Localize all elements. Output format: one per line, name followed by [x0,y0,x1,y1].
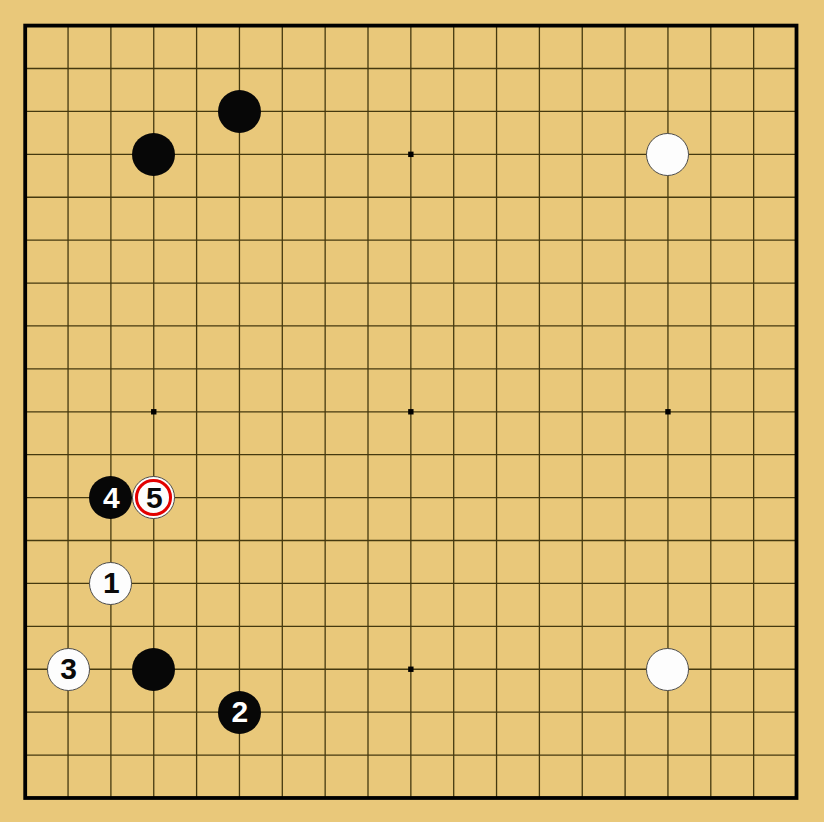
move-number: 2 [232,697,248,727]
move-number: 4 [103,483,119,513]
black-stone-move-2-F3: 2 [218,691,261,734]
black-stone-D4 [132,648,175,691]
white-stone-move-1-C6: 1 [89,562,132,605]
black-stone-D16 [132,133,175,176]
black-stone-F17 [218,90,261,133]
move-number: 3 [60,654,76,684]
white-stone-move-3-B4: 3 [47,648,90,691]
last-move-white-stone-move-5-D8: 5 [132,476,175,519]
white-stone-Q16 [646,133,689,176]
black-stone-move-4-C8: 4 [89,476,132,519]
move-number: 1 [103,568,119,598]
stones-layer: 12345 [4,4,818,819]
go-board[interactable]: 12345 [0,0,824,822]
white-stone-Q4 [646,648,689,691]
move-number: 5 [146,483,162,513]
